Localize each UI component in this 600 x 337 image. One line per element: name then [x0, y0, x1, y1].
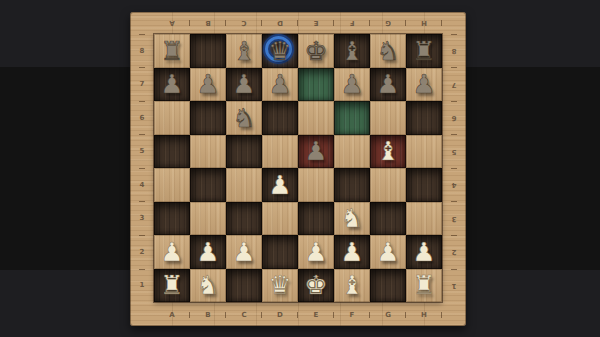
piece-black-bishop: ♝ — [340, 38, 363, 64]
piece-black-bishop: ♝ — [232, 38, 255, 64]
file-label: F — [334, 12, 370, 34]
square-e2[interactable]: ♟ — [298, 235, 334, 269]
piece-black-knight: ♞ — [376, 38, 399, 64]
piece-white-bishop: ♝ — [376, 138, 399, 164]
square-e3[interactable] — [298, 202, 334, 236]
rank-label: 1 — [442, 269, 466, 303]
rank-label: 6 — [130, 101, 154, 135]
file-label: B — [190, 304, 226, 326]
piece-white-rook: ♜ — [412, 272, 435, 298]
square-h6[interactable] — [406, 101, 442, 135]
square-h4[interactable] — [406, 168, 442, 202]
square-g7[interactable]: ♟ — [370, 68, 406, 102]
piece-white-pawn: ♟ — [160, 239, 183, 265]
square-a2[interactable]: ♟ — [154, 235, 190, 269]
piece-black-pawn: ♟ — [304, 138, 327, 164]
piece-white-pawn: ♟ — [304, 239, 327, 265]
square-f3[interactable]: ♞ — [334, 202, 370, 236]
square-e6[interactable] — [298, 101, 334, 135]
square-f8[interactable]: ♝ — [334, 34, 370, 68]
file-label: G — [370, 12, 406, 34]
rank-labels-right: 87654321 — [442, 34, 466, 302]
rank-label: 8 — [130, 34, 154, 68]
square-b2[interactable]: ♟ — [190, 235, 226, 269]
file-label: D — [262, 304, 298, 326]
file-label: G — [370, 304, 406, 326]
piece-black-pawn: ♟ — [340, 71, 363, 97]
rank-label: 8 — [442, 34, 466, 68]
file-label: C — [226, 12, 262, 34]
square-a3[interactable] — [154, 202, 190, 236]
square-h7[interactable]: ♟ — [406, 68, 442, 102]
square-g4[interactable] — [370, 168, 406, 202]
piece-black-pawn: ♟ — [232, 71, 255, 97]
file-label: B — [190, 12, 226, 34]
rank-label: 3 — [442, 202, 466, 236]
piece-white-bishop: ♝ — [340, 272, 363, 298]
piece-black-rook: ♜ — [412, 38, 435, 64]
piece-white-pawn: ♟ — [412, 239, 435, 265]
piece-black-queen: ♛ — [268, 38, 291, 64]
square-f6[interactable] — [334, 101, 370, 135]
square-b1[interactable]: ♞ — [190, 269, 226, 303]
chessboard: ABCDEFGH ABCDEFGH 87654321 87654321 ♜♝♛♚… — [130, 12, 466, 326]
square-d2[interactable] — [262, 235, 298, 269]
square-g8[interactable]: ♞ — [370, 34, 406, 68]
square-a1[interactable]: ♜ — [154, 269, 190, 303]
square-b5[interactable] — [190, 135, 226, 169]
square-g6[interactable] — [370, 101, 406, 135]
piece-white-knight: ♞ — [196, 272, 219, 298]
piece-black-pawn: ♟ — [268, 71, 291, 97]
square-a5[interactable] — [154, 135, 190, 169]
piece-black-pawn: ♟ — [412, 71, 435, 97]
piece-black-knight: ♞ — [232, 105, 255, 131]
board-grid: ♜♝♛♚♝♞♜♟♟♟♟♟♟♟♞♟♝♟♞♟♟♟♟♟♟♟♜♞♛♚♝♜ — [154, 34, 442, 302]
file-labels-top: ABCDEFGH — [154, 12, 442, 34]
square-b4[interactable] — [190, 168, 226, 202]
piece-white-pawn: ♟ — [268, 172, 291, 198]
square-b8[interactable] — [190, 34, 226, 68]
square-b6[interactable] — [190, 101, 226, 135]
rank-label: 2 — [130, 235, 154, 269]
piece-black-rook: ♜ — [160, 38, 183, 64]
rank-label: 5 — [130, 135, 154, 169]
piece-white-king: ♚ — [304, 272, 327, 298]
square-e8[interactable]: ♚ — [298, 34, 334, 68]
square-b3[interactable] — [190, 202, 226, 236]
piece-white-pawn: ♟ — [340, 239, 363, 265]
square-e5[interactable]: ♟ — [298, 135, 334, 169]
square-c6[interactable]: ♞ — [226, 101, 262, 135]
rank-label: 7 — [442, 68, 466, 102]
rank-label: 5 — [442, 135, 466, 169]
rank-labels-left: 87654321 — [130, 34, 154, 302]
rank-label: 1 — [130, 269, 154, 303]
square-h3[interactable] — [406, 202, 442, 236]
file-label: A — [154, 12, 190, 34]
square-d7[interactable]: ♟ — [262, 68, 298, 102]
square-e1[interactable]: ♚ — [298, 269, 334, 303]
file-label: A — [154, 304, 190, 326]
square-f5[interactable] — [334, 135, 370, 169]
piece-black-pawn: ♟ — [160, 71, 183, 97]
piece-white-queen: ♛ — [268, 272, 291, 298]
square-g2[interactable]: ♟ — [370, 235, 406, 269]
square-h2[interactable]: ♟ — [406, 235, 442, 269]
square-d6[interactable] — [262, 101, 298, 135]
piece-white-knight: ♞ — [340, 205, 363, 231]
square-c7[interactable]: ♟ — [226, 68, 262, 102]
square-c8[interactable]: ♝ — [226, 34, 262, 68]
square-c2[interactable]: ♟ — [226, 235, 262, 269]
square-h1[interactable]: ♜ — [406, 269, 442, 303]
square-a6[interactable] — [154, 101, 190, 135]
square-g3[interactable] — [370, 202, 406, 236]
square-f7[interactable]: ♟ — [334, 68, 370, 102]
file-label: H — [406, 304, 442, 326]
square-d4[interactable]: ♟ — [262, 168, 298, 202]
square-f1[interactable]: ♝ — [334, 269, 370, 303]
square-c1[interactable] — [226, 269, 262, 303]
square-f4[interactable] — [334, 168, 370, 202]
piece-white-pawn: ♟ — [196, 239, 219, 265]
app-screen: ABCDEFGH ABCDEFGH 87654321 87654321 ♜♝♛♚… — [0, 0, 600, 337]
square-a8[interactable]: ♜ — [154, 34, 190, 68]
square-h5[interactable] — [406, 135, 442, 169]
square-e7[interactable] — [298, 68, 334, 102]
rank-label: 4 — [442, 168, 466, 202]
file-labels-bottom: ABCDEFGH — [154, 304, 442, 326]
square-f2[interactable]: ♟ — [334, 235, 370, 269]
square-d5[interactable] — [262, 135, 298, 169]
piece-white-pawn: ♟ — [376, 239, 399, 265]
square-c3[interactable] — [226, 202, 262, 236]
piece-white-rook: ♜ — [160, 272, 183, 298]
file-label: E — [298, 12, 334, 34]
rank-label: 6 — [442, 101, 466, 135]
piece-black-pawn: ♟ — [376, 71, 399, 97]
square-d3[interactable] — [262, 202, 298, 236]
piece-black-pawn: ♟ — [196, 71, 219, 97]
square-e4[interactable] — [298, 168, 334, 202]
square-d1[interactable]: ♛ — [262, 269, 298, 303]
square-c4[interactable] — [226, 168, 262, 202]
square-b7[interactable]: ♟ — [190, 68, 226, 102]
rank-label: 3 — [130, 202, 154, 236]
square-a4[interactable] — [154, 168, 190, 202]
file-label: F — [334, 304, 370, 326]
square-h8[interactable]: ♜ — [406, 34, 442, 68]
file-label: H — [406, 12, 442, 34]
square-a7[interactable]: ♟ — [154, 68, 190, 102]
square-c5[interactable] — [226, 135, 262, 169]
rank-label: 4 — [130, 168, 154, 202]
file-label: D — [262, 12, 298, 34]
square-g1[interactable] — [370, 269, 406, 303]
square-d8[interactable]: ♛ — [262, 34, 298, 68]
rank-label: 7 — [130, 68, 154, 102]
piece-black-king: ♚ — [304, 38, 327, 64]
square-g5[interactable]: ♝ — [370, 135, 406, 169]
file-label: E — [298, 304, 334, 326]
file-label: C — [226, 304, 262, 326]
piece-white-pawn: ♟ — [232, 239, 255, 265]
rank-label: 2 — [442, 235, 466, 269]
